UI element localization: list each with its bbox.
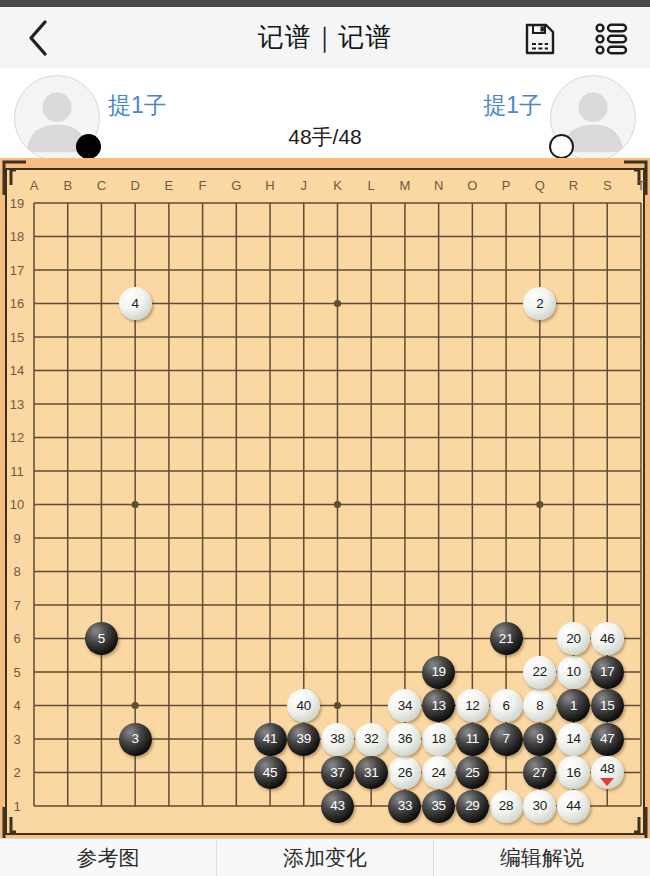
- stone-move-number: 43: [330, 799, 344, 813]
- stone-18: 18: [422, 723, 455, 756]
- black-captures-label: 提1子: [108, 90, 167, 121]
- stone-25: 25: [456, 756, 489, 789]
- stone-45: 45: [254, 756, 287, 789]
- stone-1: 1: [557, 689, 590, 722]
- stone-16: 16: [557, 756, 590, 789]
- stone-move-number: 11: [466, 732, 479, 746]
- save-icon: [521, 21, 557, 57]
- stone-6: 6: [490, 689, 523, 722]
- stone-move-number: 1: [570, 699, 577, 713]
- stone-move-number: 21: [499, 632, 513, 646]
- add-variation-button[interactable]: 添加变化: [216, 839, 433, 876]
- stone-8: 8: [523, 689, 556, 722]
- stone-35: 35: [422, 790, 455, 823]
- stone-24: 24: [422, 756, 455, 789]
- stone-move-number: 41: [263, 732, 277, 746]
- stone-29: 29: [456, 790, 489, 823]
- stone-move-number: 44: [566, 799, 580, 813]
- stone-move-number: 22: [533, 665, 547, 679]
- stone-3: 3: [119, 723, 152, 756]
- stone-move-number: 31: [364, 766, 378, 780]
- stone-28: 28: [490, 790, 523, 823]
- stone-12: 12: [456, 689, 489, 722]
- stone-move-number: 2: [536, 297, 543, 311]
- stone-move-number: 15: [600, 699, 614, 713]
- stone-move-number: 34: [398, 699, 412, 713]
- header: 记谱｜记谱: [0, 7, 650, 69]
- last-move-marker-icon: [600, 778, 614, 786]
- stone-19: 19: [422, 656, 455, 689]
- stone-move-number: 28: [499, 799, 513, 813]
- stone-move-number: 3: [132, 732, 139, 746]
- stone-move-number: 24: [431, 766, 445, 780]
- stone-13: 13: [422, 689, 455, 722]
- stone-move-number: 47: [600, 732, 614, 746]
- stone-11: 11: [456, 723, 489, 756]
- stone-15: 15: [591, 689, 624, 722]
- stone-43: 43: [321, 790, 354, 823]
- stone-move-number: 36: [398, 732, 412, 746]
- app-screen: 记谱｜记谱: [0, 0, 650, 876]
- page-title: 记谱｜记谱: [100, 7, 550, 68]
- stone-move-number: 27: [533, 766, 547, 780]
- save-button[interactable]: [518, 19, 560, 59]
- stone-30: 30: [523, 790, 556, 823]
- stone-move-number: 4: [132, 297, 139, 311]
- stone-move-number: 37: [330, 766, 344, 780]
- stone-9: 9: [523, 723, 556, 756]
- stone-move-number: 33: [398, 799, 412, 813]
- list-icon: [592, 21, 630, 57]
- stone-move-number: 48: [600, 762, 614, 776]
- stone-move-number: 7: [502, 732, 509, 746]
- stone-33: 33: [388, 790, 421, 823]
- back-button[interactable]: [18, 17, 58, 59]
- stone-move-number: 9: [536, 732, 543, 746]
- stone-27: 27: [523, 756, 556, 789]
- stone-move-number: 13: [431, 699, 445, 713]
- edit-commentary-button[interactable]: 编辑解说: [433, 839, 650, 876]
- stone-40: 40: [287, 689, 320, 722]
- stone-move-number: 5: [98, 632, 105, 646]
- white-player-avatar[interactable]: [550, 75, 636, 161]
- stone-move-number: 25: [465, 766, 479, 780]
- stone-move-number: 38: [330, 732, 344, 746]
- stone-move-number: 45: [263, 766, 277, 780]
- stone-37: 37: [321, 756, 354, 789]
- stone-move-number: 29: [465, 799, 479, 813]
- menu-button[interactable]: [590, 19, 632, 59]
- stone-4: 4: [119, 287, 152, 320]
- stone-move-number: 35: [431, 799, 445, 813]
- stone-48: 48: [591, 756, 624, 789]
- stone-5: 5: [85, 622, 118, 655]
- stone-46: 46: [591, 622, 624, 655]
- stone-move-number: 32: [364, 732, 378, 746]
- stone-32: 32: [355, 723, 388, 756]
- stone-move-number: 20: [566, 632, 580, 646]
- stone-move-number: 46: [600, 632, 614, 646]
- player-bar: 提1子 48手/48 提1子: [0, 68, 650, 158]
- stone-move-number: 16: [566, 766, 580, 780]
- stone-move-number: 10: [566, 665, 580, 679]
- bottom-toolbar: 参考图 添加变化 编辑解说: [0, 838, 650, 876]
- stone-22: 22: [523, 656, 556, 689]
- stone-38: 38: [321, 723, 354, 756]
- stone-move-number: 8: [536, 699, 543, 713]
- stone-39: 39: [287, 723, 320, 756]
- reference-diagram-button[interactable]: 参考图: [0, 839, 216, 876]
- stone-17: 17: [591, 656, 624, 689]
- stones-layer: 1234567891011121314151617181920212224252…: [0, 158, 650, 838]
- stone-move-number: 18: [431, 732, 445, 746]
- stone-7: 7: [490, 723, 523, 756]
- stone-10: 10: [557, 656, 590, 689]
- stone-14: 14: [557, 723, 590, 756]
- stone-44: 44: [557, 790, 590, 823]
- stone-21: 21: [490, 622, 523, 655]
- stone-move-number: 40: [297, 699, 311, 713]
- stone-move-number: 6: [502, 699, 509, 713]
- stone-move-number: 12: [465, 699, 479, 713]
- white-stone-badge: [549, 134, 574, 159]
- stone-34: 34: [388, 689, 421, 722]
- stone-31: 31: [355, 756, 388, 789]
- white-captures-label: 提1子: [483, 90, 542, 121]
- stone-move-number: 17: [600, 665, 614, 679]
- stone-47: 47: [591, 723, 624, 756]
- stone-20: 20: [557, 622, 590, 655]
- stone-move-number: 30: [533, 799, 547, 813]
- stone-36: 36: [388, 723, 421, 756]
- stone-2: 2: [523, 287, 556, 320]
- stone-move-number: 19: [431, 665, 445, 679]
- stone-26: 26: [388, 756, 421, 789]
- go-board[interactable]: ABCDEFGHJKLMNOPQRST123456789101112131415…: [0, 158, 650, 838]
- stone-move-number: 14: [566, 732, 580, 746]
- stone-move-number: 39: [297, 732, 311, 746]
- stone-move-number: 26: [398, 766, 412, 780]
- status-bar: [0, 0, 650, 7]
- stone-41: 41: [254, 723, 287, 756]
- chevron-left-icon: [25, 18, 51, 58]
